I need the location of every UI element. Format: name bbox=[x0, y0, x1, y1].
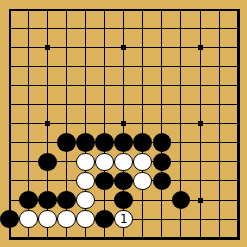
star-point bbox=[121, 45, 126, 50]
star-point bbox=[121, 121, 126, 126]
black-stone[interactable] bbox=[38, 153, 57, 172]
star-point bbox=[198, 198, 203, 203]
grid-line-vertical bbox=[219, 10, 220, 239]
star-point bbox=[45, 45, 50, 50]
grid-line-vertical bbox=[142, 10, 143, 239]
go-diagram: 1 bbox=[0, 0, 247, 247]
go-board[interactable]: 1 bbox=[0, 0, 247, 247]
star-point bbox=[198, 121, 203, 126]
grid-line-vertical bbox=[161, 10, 162, 239]
move-number-label: 1 bbox=[120, 213, 128, 225]
black-stone[interactable] bbox=[38, 191, 57, 210]
black-stone[interactable] bbox=[0, 210, 19, 229]
black-stone[interactable] bbox=[19, 191, 38, 210]
star-point bbox=[45, 121, 50, 126]
star-point bbox=[198, 45, 203, 50]
